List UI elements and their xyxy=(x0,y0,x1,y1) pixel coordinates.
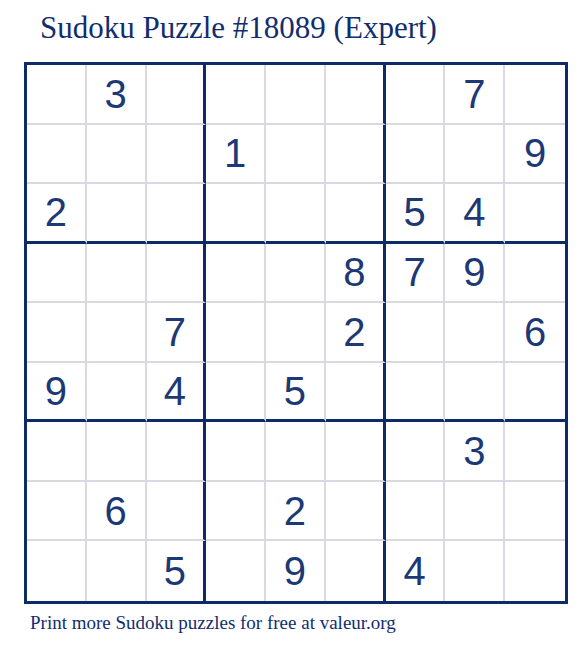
cell-r1c8[interactable]: 7 xyxy=(445,65,505,125)
cell-r8c2[interactable]: 6 xyxy=(87,482,147,542)
given-digit: 5 xyxy=(403,192,425,232)
cell-r2c1[interactable] xyxy=(27,125,87,185)
cell-r1c5[interactable] xyxy=(266,65,326,125)
cell-r9c4[interactable] xyxy=(206,541,266,601)
given-digit: 5 xyxy=(164,551,186,591)
cell-r6c1[interactable]: 9 xyxy=(27,363,87,423)
cell-r5c7[interactable] xyxy=(386,303,446,363)
cell-r6c7[interactable] xyxy=(386,363,446,423)
cell-r5c6[interactable]: 2 xyxy=(326,303,386,363)
cell-r2c3[interactable] xyxy=(147,125,207,185)
cell-r8c3[interactable] xyxy=(147,482,207,542)
cell-r1c6[interactable] xyxy=(326,65,386,125)
cell-r7c7[interactable] xyxy=(386,422,446,482)
cell-r2c7[interactable] xyxy=(386,125,446,185)
given-digit: 9 xyxy=(524,133,546,173)
given-digit: 8 xyxy=(343,252,365,292)
cell-r1c4[interactable] xyxy=(206,65,266,125)
given-digit: 2 xyxy=(284,491,306,531)
cell-r8c7[interactable] xyxy=(386,482,446,542)
cell-r5c5[interactable] xyxy=(266,303,326,363)
cell-r4c5[interactable] xyxy=(266,244,326,304)
cell-r6c3[interactable]: 4 xyxy=(147,363,207,423)
cell-r7c2[interactable] xyxy=(87,422,147,482)
page-title: Sudoku Puzzle #18089 (Expert) xyxy=(40,10,437,46)
cell-r8c9[interactable] xyxy=(505,482,565,542)
given-digit: 4 xyxy=(463,192,485,232)
cell-r1c9[interactable] xyxy=(505,65,565,125)
cell-r2c5[interactable] xyxy=(266,125,326,185)
cell-r4c1[interactable] xyxy=(27,244,87,304)
cell-r3c2[interactable] xyxy=(87,184,147,244)
cell-r7c9[interactable] xyxy=(505,422,565,482)
given-digit: 3 xyxy=(463,431,485,471)
cell-r5c9[interactable]: 6 xyxy=(505,303,565,363)
given-digit: 7 xyxy=(463,74,485,114)
footer-text: Print more Sudoku puzzles for free at va… xyxy=(30,612,396,634)
cell-r7c3[interactable] xyxy=(147,422,207,482)
cell-r8c6[interactable] xyxy=(326,482,386,542)
given-digit: 9 xyxy=(284,551,306,591)
cell-r5c8[interactable] xyxy=(445,303,505,363)
cell-r4c3[interactable] xyxy=(147,244,207,304)
cell-r3c4[interactable] xyxy=(206,184,266,244)
cell-r2c6[interactable] xyxy=(326,125,386,185)
given-digit: 4 xyxy=(403,551,425,591)
given-digit: 7 xyxy=(164,312,186,352)
cell-r6c5[interactable]: 5 xyxy=(266,363,326,423)
cell-r7c6[interactable] xyxy=(326,422,386,482)
cell-r3c3[interactable] xyxy=(147,184,207,244)
given-digit: 9 xyxy=(463,252,485,292)
cell-r6c4[interactable] xyxy=(206,363,266,423)
cell-r7c4[interactable] xyxy=(206,422,266,482)
cell-r8c1[interactable] xyxy=(27,482,87,542)
cell-r3c7[interactable]: 5 xyxy=(386,184,446,244)
given-digit: 9 xyxy=(45,371,67,411)
cell-r4c4[interactable] xyxy=(206,244,266,304)
given-digit: 4 xyxy=(164,371,186,411)
cell-r4c8[interactable]: 9 xyxy=(445,244,505,304)
cell-r3c9[interactable] xyxy=(505,184,565,244)
cell-r8c4[interactable] xyxy=(206,482,266,542)
cell-r6c2[interactable] xyxy=(87,363,147,423)
cell-r4c9[interactable] xyxy=(505,244,565,304)
cell-r3c6[interactable] xyxy=(326,184,386,244)
given-digit: 2 xyxy=(45,192,67,232)
cell-r9c8[interactable] xyxy=(445,541,505,601)
cell-r8c5[interactable]: 2 xyxy=(266,482,326,542)
cell-r1c3[interactable] xyxy=(147,65,207,125)
given-digit: 5 xyxy=(284,371,306,411)
cell-r7c8[interactable]: 3 xyxy=(445,422,505,482)
given-digit: 1 xyxy=(224,133,246,173)
cell-r8c8[interactable] xyxy=(445,482,505,542)
cell-r4c7[interactable]: 7 xyxy=(386,244,446,304)
cell-r5c1[interactable] xyxy=(27,303,87,363)
cell-r9c1[interactable] xyxy=(27,541,87,601)
cell-r1c7[interactable] xyxy=(386,65,446,125)
cell-r9c7[interactable]: 4 xyxy=(386,541,446,601)
page: Sudoku Puzzle #18089 (Expert) 3719254879… xyxy=(0,0,580,651)
cell-r7c5[interactable] xyxy=(266,422,326,482)
given-digit: 3 xyxy=(105,74,127,114)
cell-r9c2[interactable] xyxy=(87,541,147,601)
cell-r9c5[interactable]: 9 xyxy=(266,541,326,601)
given-digit: 2 xyxy=(343,312,365,352)
cell-r4c2[interactable] xyxy=(87,244,147,304)
cell-r5c4[interactable] xyxy=(206,303,266,363)
given-digit: 6 xyxy=(524,312,546,352)
cell-r5c2[interactable] xyxy=(87,303,147,363)
sudoku-grid: 3719254879726945362594 xyxy=(24,62,568,604)
cell-r2c9[interactable]: 9 xyxy=(505,125,565,185)
given-digit: 6 xyxy=(105,491,127,531)
cell-r1c1[interactable] xyxy=(27,65,87,125)
cell-r3c5[interactable] xyxy=(266,184,326,244)
cell-r1c2[interactable]: 3 xyxy=(87,65,147,125)
cell-r9c9[interactable] xyxy=(505,541,565,601)
cell-r9c6[interactable] xyxy=(326,541,386,601)
cell-r3c8[interactable]: 4 xyxy=(445,184,505,244)
cell-r7c1[interactable] xyxy=(27,422,87,482)
cell-r5c3[interactable]: 7 xyxy=(147,303,207,363)
cell-r6c9[interactable] xyxy=(505,363,565,423)
cell-r2c2[interactable] xyxy=(87,125,147,185)
cell-r6c6[interactable] xyxy=(326,363,386,423)
cell-r2c8[interactable] xyxy=(445,125,505,185)
cell-r3c1[interactable]: 2 xyxy=(27,184,87,244)
given-digit: 7 xyxy=(403,252,425,292)
cell-r9c3[interactable]: 5 xyxy=(147,541,207,601)
cell-r6c8[interactable] xyxy=(445,363,505,423)
cell-r2c4[interactable]: 1 xyxy=(206,125,266,185)
cell-r4c6[interactable]: 8 xyxy=(326,244,386,304)
